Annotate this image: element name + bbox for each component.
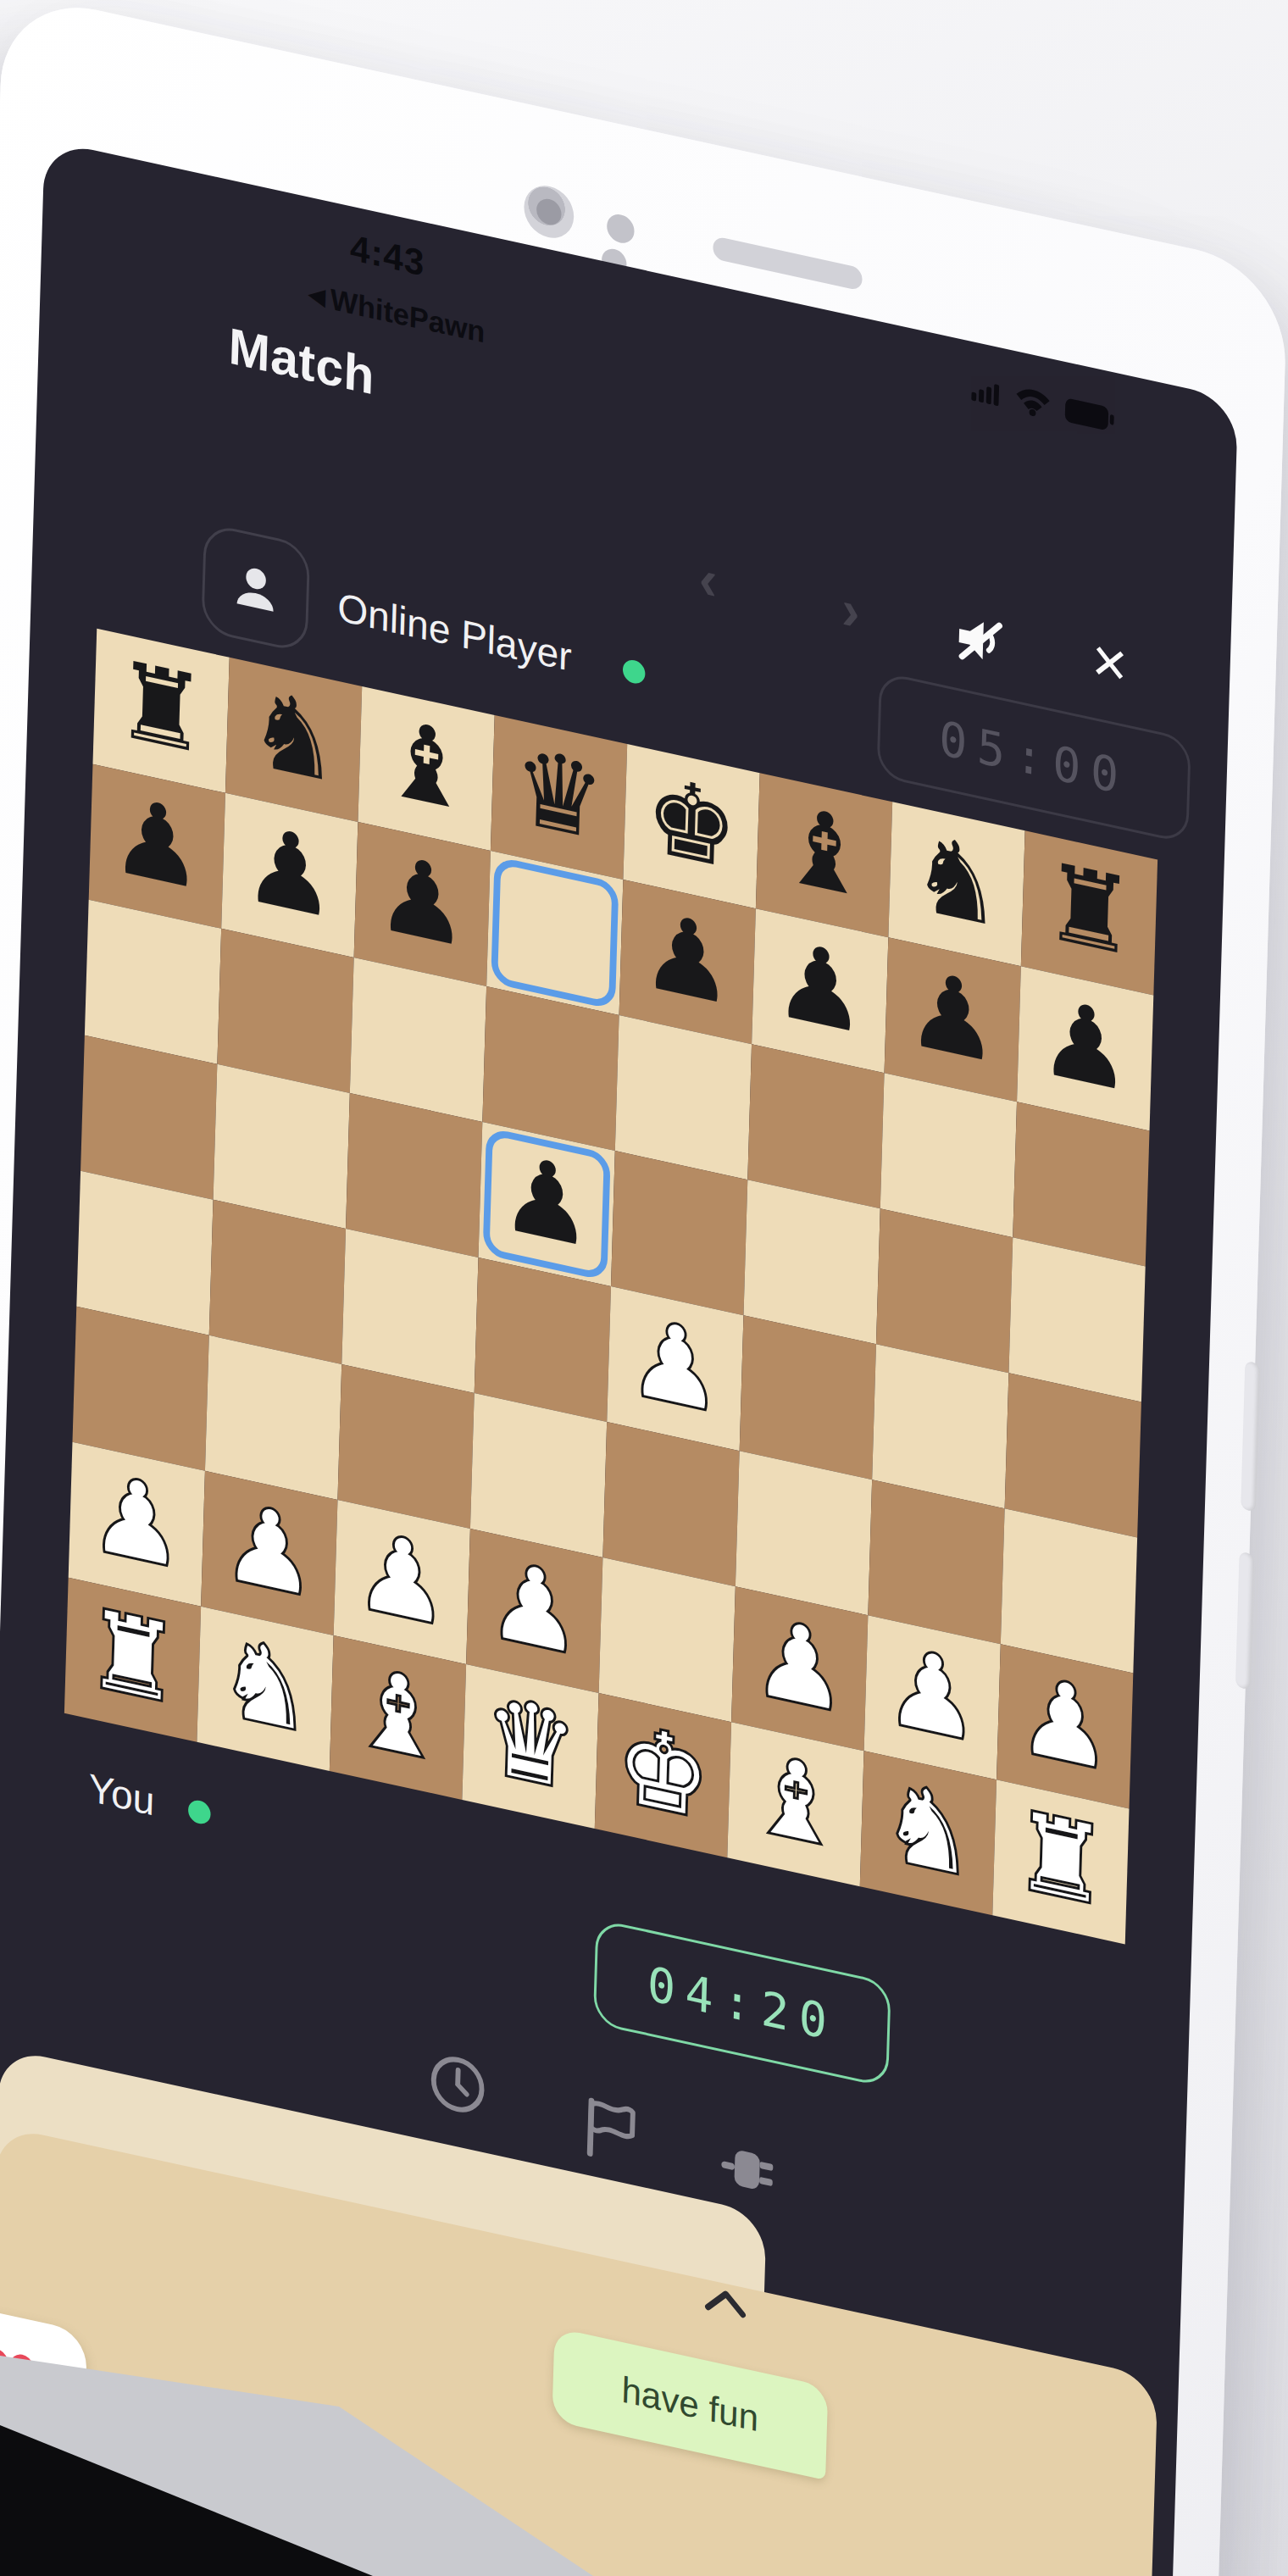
square-d1[interactable]: ♛ — [462, 1664, 598, 1829]
black-pawn: ♟ — [772, 909, 869, 1065]
statusbar-icons — [971, 375, 1114, 434]
wifi-icon — [1014, 385, 1052, 419]
white-pawn: ♟ — [885, 1616, 981, 1772]
black-knight: ♞ — [908, 802, 1005, 958]
white-queen: ♛ — [482, 1665, 579, 1821]
flag-icon[interactable] — [578, 2090, 643, 2168]
black-pawn: ♟ — [375, 823, 471, 979]
player-clock: 04:20 — [593, 1918, 891, 2088]
white-rook: ♜ — [85, 1579, 181, 1735]
white-knight: ♞ — [880, 1752, 977, 1907]
power-button[interactable] — [1241, 1361, 1260, 1513]
heart-icon: ♥ — [0, 2331, 42, 2428]
plug-icon[interactable] — [715, 2130, 782, 2211]
prev-move-button[interactable]: ‹ — [698, 545, 719, 613]
black-pawn: ♟ — [109, 765, 206, 921]
speaker-muted-icon[interactable] — [955, 609, 1009, 672]
white-knight: ♞ — [217, 1607, 314, 1763]
black-bishop: ♝ — [378, 687, 475, 843]
white-pawn: ♟ — [752, 1587, 848, 1743]
chess-board: ♜♞♝♛♚♝♞♜♟♟♟♟♟♟♟♟♟♟♟♟♟♟♟♟♜♞♝♛♚♝♞♜ — [64, 629, 1158, 1945]
sensor-dot-icon — [607, 212, 635, 246]
person-icon — [230, 556, 282, 619]
square-e1[interactable]: ♚ — [595, 1693, 731, 1857]
black-queen: ♛ — [511, 716, 608, 872]
page-title: Match — [228, 316, 375, 406]
square-a1[interactable]: ♜ — [64, 1578, 201, 1742]
black-pawn: ♟ — [1037, 968, 1134, 1124]
opponent-name: Online Player — [337, 583, 573, 680]
opponent-avatar[interactable] — [201, 522, 310, 653]
phone-mockup: 4:43 ◀WhitePawn Match — [0, 0, 1288, 2576]
black-king: ♚ — [643, 745, 740, 901]
front-camera-icon — [524, 181, 575, 243]
white-king: ♚ — [615, 1694, 712, 1850]
clock-icon[interactable] — [428, 2049, 488, 2121]
back-triangle-icon: ◀ — [308, 280, 325, 309]
volume-button[interactable] — [1235, 1552, 1254, 1690]
square-c1[interactable]: ♝ — [330, 1635, 466, 1800]
white-bishop: ♝ — [350, 1636, 447, 1792]
white-pawn: ♟ — [627, 1287, 724, 1443]
square-h1[interactable]: ♜ — [992, 1779, 1129, 1944]
black-rook: ♜ — [1041, 832, 1138, 988]
white-pawn: ♟ — [1017, 1646, 1113, 1802]
black-pawn: ♟ — [499, 1123, 596, 1279]
app-screen: 4:43 ◀WhitePawn Match — [0, 140, 1238, 2576]
battery-icon — [1064, 397, 1115, 433]
white-bishop: ♝ — [747, 1723, 844, 1879]
black-pawn: ♟ — [640, 880, 736, 1036]
square-f1[interactable]: ♝ — [727, 1722, 863, 1886]
black-knight: ♞ — [246, 658, 342, 814]
square-g1[interactable]: ♞ — [860, 1751, 997, 1915]
last-move-highlight — [491, 856, 619, 1010]
black-bishop: ♝ — [776, 774, 873, 930]
black-pawn: ♟ — [905, 938, 1002, 1094]
white-pawn: ♟ — [89, 1443, 186, 1599]
opponent-online-dot — [623, 658, 646, 686]
black-rook: ♜ — [113, 630, 209, 786]
next-move-button[interactable]: › — [841, 576, 861, 645]
player-name: You — [88, 1764, 155, 1825]
player-online-dot — [188, 1798, 211, 1826]
white-pawn: ♟ — [486, 1529, 583, 1685]
close-icon[interactable]: ✕ — [1090, 632, 1130, 696]
white-pawn: ♟ — [221, 1472, 318, 1628]
scene: 4:43 ◀WhitePawn Match — [0, 0, 1288, 2576]
square-b1[interactable]: ♞ — [197, 1607, 333, 1771]
earpiece-speaker — [713, 236, 863, 291]
black-pawn: ♟ — [241, 794, 338, 950]
white-rook: ♜ — [1013, 1781, 1109, 1937]
white-pawn: ♟ — [354, 1501, 451, 1657]
signal-icon — [971, 376, 1002, 408]
